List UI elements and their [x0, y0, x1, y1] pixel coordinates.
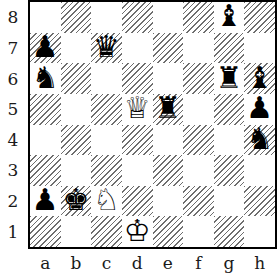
- rank-label-3: 3: [0, 155, 26, 186]
- file-label-f: f: [183, 250, 214, 276]
- square-f5[interactable]: [183, 94, 214, 125]
- square-d3[interactable]: [122, 155, 153, 186]
- square-c1[interactable]: [91, 216, 122, 247]
- square-d5[interactable]: ♕: [122, 94, 153, 125]
- rank-label-2: 2: [0, 186, 26, 217]
- square-c4[interactable]: [91, 125, 122, 156]
- square-d7[interactable]: [122, 33, 153, 64]
- square-f4[interactable]: [183, 125, 214, 156]
- file-labels: abcdefgh: [30, 250, 275, 276]
- rank-label-4: 4: [0, 125, 26, 156]
- square-g1[interactable]: [214, 216, 245, 247]
- square-h3[interactable]: [244, 155, 275, 186]
- square-a4[interactable]: [30, 125, 61, 156]
- square-f6[interactable]: [183, 63, 214, 94]
- black-knight-piece: ♞: [32, 63, 59, 93]
- square-f2[interactable]: [183, 186, 214, 217]
- square-d1[interactable]: ♔: [122, 216, 153, 247]
- file-label-a: a: [30, 250, 61, 276]
- file-label-c: c: [91, 250, 122, 276]
- black-pawn-piece: ♟: [246, 93, 273, 123]
- square-h2[interactable]: [244, 186, 275, 217]
- file-label-h: h: [244, 250, 275, 276]
- square-e2[interactable]: [153, 186, 184, 217]
- square-a1[interactable]: [30, 216, 61, 247]
- square-f7[interactable]: [183, 33, 214, 64]
- square-a2[interactable]: ♟: [30, 186, 61, 217]
- square-h8[interactable]: [244, 2, 275, 33]
- square-a5[interactable]: [30, 94, 61, 125]
- white-king-piece: ♔: [124, 216, 151, 246]
- square-g6[interactable]: ♜: [214, 63, 245, 94]
- square-h1[interactable]: [244, 216, 275, 247]
- file-label-d: d: [122, 250, 153, 276]
- rank-labels: 87654321: [0, 2, 26, 247]
- square-e7[interactable]: [153, 33, 184, 64]
- black-bishop-piece: ♝: [216, 1, 243, 31]
- black-bishop-piece: ♝: [246, 63, 273, 93]
- square-b2[interactable]: ♚: [61, 186, 92, 217]
- white-knight-piece: ♘: [93, 185, 120, 215]
- square-f8[interactable]: [183, 2, 214, 33]
- rank-label-7: 7: [0, 33, 26, 64]
- square-e8[interactable]: [153, 2, 184, 33]
- square-g2[interactable]: [214, 186, 245, 217]
- square-f1[interactable]: [183, 216, 214, 247]
- rank-label-5: 5: [0, 94, 26, 125]
- square-g8[interactable]: ♝: [214, 2, 245, 33]
- square-b8[interactable]: [61, 2, 92, 33]
- square-c7[interactable]: ♛: [91, 33, 122, 64]
- black-queen-piece: ♛: [93, 32, 120, 62]
- square-e5[interactable]: ♜: [153, 94, 184, 125]
- square-g3[interactable]: [214, 155, 245, 186]
- black-pawn-piece: ♟: [32, 185, 59, 215]
- square-g5[interactable]: [214, 94, 245, 125]
- black-rook-piece: ♜: [154, 93, 181, 123]
- square-f3[interactable]: [183, 155, 214, 186]
- square-h4[interactable]: ♞: [244, 125, 275, 156]
- rank-label-8: 8: [0, 2, 26, 33]
- black-rook-piece: ♜: [216, 63, 243, 93]
- rank-label-1: 1: [0, 216, 26, 247]
- square-g4[interactable]: [214, 125, 245, 156]
- white-queen-piece: ♕: [124, 93, 151, 123]
- square-b7[interactable]: [61, 33, 92, 64]
- chess-board: ♝♟♛♞♜♝♕♜♟♞♟♚♘♔: [28, 0, 277, 249]
- square-a6[interactable]: ♞: [30, 63, 61, 94]
- square-d4[interactable]: [122, 125, 153, 156]
- file-label-g: g: [214, 250, 245, 276]
- square-b6[interactable]: [61, 63, 92, 94]
- square-c2[interactable]: ♘: [91, 186, 122, 217]
- square-e1[interactable]: [153, 216, 184, 247]
- square-b1[interactable]: [61, 216, 92, 247]
- square-e4[interactable]: [153, 125, 184, 156]
- square-d8[interactable]: [122, 2, 153, 33]
- square-c5[interactable]: [91, 94, 122, 125]
- square-c6[interactable]: [91, 63, 122, 94]
- black-king-piece: ♚: [62, 185, 89, 215]
- square-b5[interactable]: [61, 94, 92, 125]
- chess-diagram: 87654321 ♝♟♛♞♜♝♕♜♟♞♟♚♘♔ abcdefgh: [0, 0, 279, 279]
- black-pawn-piece: ♟: [32, 32, 59, 62]
- rank-label-6: 6: [0, 63, 26, 94]
- black-knight-piece: ♞: [246, 124, 273, 154]
- square-e3[interactable]: [153, 155, 184, 186]
- square-b4[interactable]: [61, 125, 92, 156]
- file-label-b: b: [61, 250, 92, 276]
- file-label-e: e: [153, 250, 184, 276]
